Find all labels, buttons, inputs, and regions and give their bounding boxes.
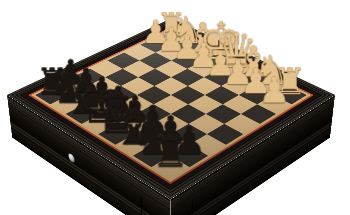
square-a4[interactable] [224,114,260,134]
drawer-seam-right [192,201,193,215]
square-a3[interactable] [241,104,276,124]
piece-black-rook-a8[interactable]: ♜ [146,131,196,166]
drawer-seam-left [141,197,143,215]
piece-white-pawn-a2[interactable]: ♟ [252,73,297,104]
drawer-knob[interactable] [68,152,75,164]
chess-set-photo: ♜♞♝♚♛♝♞♜♟♟♟♟♟♟♟♟♟♟♟♟♟♟♟♟♜♞♝♚♛♝♞♜ [0,0,350,215]
